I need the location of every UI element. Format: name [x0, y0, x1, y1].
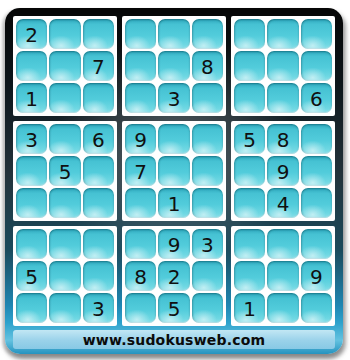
cell-r6c7[interactable]: [234, 188, 265, 218]
cell-r9c5[interactable]: 5: [158, 293, 189, 323]
given-digit: 1: [243, 298, 256, 319]
given-digit: 8: [134, 266, 147, 287]
cell-r8c5[interactable]: 2: [158, 261, 189, 291]
cell-r4c9[interactable]: [301, 124, 332, 154]
cell-r1c2[interactable]: [49, 19, 80, 49]
cell-r1c4[interactable]: [125, 19, 156, 49]
cell-r9c8[interactable]: [267, 293, 298, 323]
cell-r4c2[interactable]: [49, 124, 80, 154]
given-digit: 5: [243, 129, 256, 150]
cell-r8c2[interactable]: [49, 261, 80, 291]
sudoku-box-7: 53: [13, 226, 117, 326]
cell-r4c5[interactable]: [158, 124, 189, 154]
given-digit: 3: [168, 88, 181, 109]
cell-r4c1[interactable]: 3: [16, 124, 47, 154]
given-digit: 3: [201, 234, 214, 255]
cell-r4c7[interactable]: 5: [234, 124, 265, 154]
given-digit: 5: [168, 298, 181, 319]
given-digit: 2: [25, 24, 38, 45]
cell-r5c4[interactable]: 7: [125, 156, 156, 186]
given-digit: 6: [310, 88, 323, 109]
sudoku-box-3: 6: [231, 16, 335, 116]
cell-r1c3[interactable]: [83, 19, 114, 49]
given-digit: 3: [92, 298, 105, 319]
cell-r7c9[interactable]: [301, 229, 332, 259]
cell-r1c8[interactable]: [267, 19, 298, 49]
given-digit: 7: [134, 161, 147, 182]
cell-r1c5[interactable]: [158, 19, 189, 49]
cell-r8c7[interactable]: [234, 261, 265, 291]
cell-r9c1[interactable]: [16, 293, 47, 323]
cell-r5c6[interactable]: [192, 156, 223, 186]
given-digit: 9: [310, 266, 323, 287]
cell-r9c7[interactable]: 1: [234, 293, 265, 323]
cell-r7c8[interactable]: [267, 229, 298, 259]
cell-r7c4[interactable]: [125, 229, 156, 259]
cell-r4c4[interactable]: 9: [125, 124, 156, 154]
cell-r3c6[interactable]: [192, 83, 223, 113]
cell-r2c3[interactable]: 7: [83, 51, 114, 81]
cell-r3c8[interactable]: [267, 83, 298, 113]
given-digit: 9: [277, 161, 290, 182]
given-digit: 9: [134, 129, 147, 150]
cell-r6c8[interactable]: 4: [267, 188, 298, 218]
sudoku-box-5: 971: [122, 121, 226, 221]
given-digit: 5: [59, 161, 72, 182]
cell-r7c3[interactable]: [83, 229, 114, 259]
cell-r1c9[interactable]: [301, 19, 332, 49]
cell-r3c2[interactable]: [49, 83, 80, 113]
sudoku-box-8: 93825: [122, 226, 226, 326]
cell-r7c5[interactable]: 9: [158, 229, 189, 259]
cell-r9c4[interactable]: [125, 293, 156, 323]
cell-r9c2[interactable]: [49, 293, 80, 323]
cell-r2c5[interactable]: [158, 51, 189, 81]
cell-r5c7[interactable]: [234, 156, 265, 186]
cell-r1c1[interactable]: 2: [16, 19, 47, 49]
cell-r8c3[interactable]: [83, 261, 114, 291]
given-digit: 7: [92, 56, 105, 77]
cell-r7c2[interactable]: [49, 229, 80, 259]
sudoku-box-6: 5894: [231, 121, 335, 221]
cell-r8c1[interactable]: 5: [16, 261, 47, 291]
cell-r7c6[interactable]: 3: [192, 229, 223, 259]
sudoku-grid: 2718363659715894539382591: [13, 16, 335, 326]
cell-r8c6[interactable]: [192, 261, 223, 291]
cell-r3c1[interactable]: 1: [16, 83, 47, 113]
cell-r3c7[interactable]: [234, 83, 265, 113]
cell-r3c3[interactable]: [83, 83, 114, 113]
cell-r2c9[interactable]: [301, 51, 332, 81]
sudoku-box-2: 83: [122, 16, 226, 116]
footer-band: www.sudokusweb.com: [13, 330, 335, 349]
given-digit: 5: [25, 266, 38, 287]
cell-r7c1[interactable]: [16, 229, 47, 259]
sudoku-box-9: 91: [231, 226, 335, 326]
cell-r5c2[interactable]: 5: [49, 156, 80, 186]
cell-r8c4[interactable]: 8: [125, 261, 156, 291]
cell-r5c8[interactable]: 9: [267, 156, 298, 186]
cell-r5c5[interactable]: [158, 156, 189, 186]
given-digit: 1: [25, 88, 38, 109]
given-digit: 2: [168, 266, 181, 287]
cell-r1c6[interactable]: [192, 19, 223, 49]
cell-r4c6[interactable]: [192, 124, 223, 154]
given-digit: 9: [168, 234, 181, 255]
cell-r5c3[interactable]: [83, 156, 114, 186]
website-url: www.sudokusweb.com: [83, 332, 266, 348]
cell-r2c1[interactable]: [16, 51, 47, 81]
cell-r2c7[interactable]: [234, 51, 265, 81]
cell-r4c8[interactable]: 8: [267, 124, 298, 154]
cell-r8c8[interactable]: [267, 261, 298, 291]
cell-r2c6[interactable]: 8: [192, 51, 223, 81]
cell-r8c9[interactable]: 9: [301, 261, 332, 291]
given-digit: 8: [277, 129, 290, 150]
given-digit: 4: [277, 193, 290, 214]
cell-r6c4[interactable]: [125, 188, 156, 218]
cell-r7c7[interactable]: [234, 229, 265, 259]
cell-r3c9[interactable]: 6: [301, 83, 332, 113]
given-digit: 3: [25, 129, 38, 150]
sudoku-box-4: 365: [13, 121, 117, 221]
cell-r2c4[interactable]: [125, 51, 156, 81]
cell-r6c5[interactable]: 1: [158, 188, 189, 218]
cell-r9c3[interactable]: 3: [83, 293, 114, 323]
cell-r6c9[interactable]: [301, 188, 332, 218]
cell-r2c8[interactable]: [267, 51, 298, 81]
cell-r5c9[interactable]: [301, 156, 332, 186]
cell-r3c5[interactable]: 3: [158, 83, 189, 113]
cell-r1c7[interactable]: [234, 19, 265, 49]
cell-r6c6[interactable]: [192, 188, 223, 218]
sudoku-box-1: 271: [13, 16, 117, 116]
cell-r6c1[interactable]: [16, 188, 47, 218]
given-digit: 1: [168, 193, 181, 214]
cell-r5c1[interactable]: [16, 156, 47, 186]
cell-r4c3[interactable]: 6: [83, 124, 114, 154]
cell-r9c9[interactable]: [301, 293, 332, 323]
cell-r3c4[interactable]: [125, 83, 156, 113]
cell-r6c3[interactable]: [83, 188, 114, 218]
sudoku-board: 2718363659715894539382591 www.sudokusweb…: [5, 8, 343, 354]
cell-r2c2[interactable]: [49, 51, 80, 81]
cell-r6c2[interactable]: [49, 188, 80, 218]
given-digit: 8: [201, 56, 214, 77]
cell-r9c6[interactable]: [192, 293, 223, 323]
given-digit: 6: [92, 129, 105, 150]
